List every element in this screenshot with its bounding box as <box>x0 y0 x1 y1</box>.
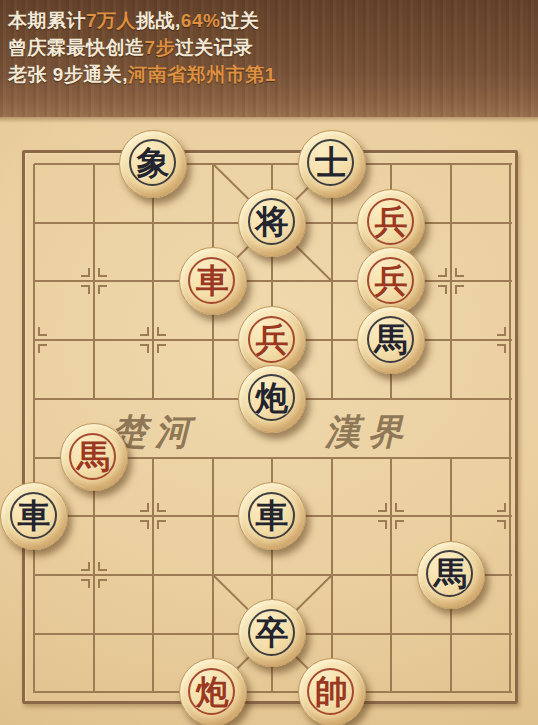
piece-black-horse[interactable]: 馬 <box>417 541 485 609</box>
piece-glyph: 兵 <box>375 205 408 238</box>
stats-highlight: 7万人 <box>86 10 136 31</box>
piece-glyph: 車 <box>256 499 289 532</box>
piece-glyph: 兵 <box>256 323 289 356</box>
piece-black-horse[interactable]: 馬 <box>357 306 425 374</box>
piece-glyph: 馬 <box>77 440 110 473</box>
piece-glyph: 車 <box>196 264 229 297</box>
piece-black-chariot[interactable]: 車 <box>0 482 68 550</box>
piece-red-horse[interactable]: 馬 <box>60 423 128 491</box>
stats-line-3: 老张 9步通关,河南省郑州市第1 <box>8 61 538 88</box>
stats-highlight: 河南省郑州市第1 <box>128 64 276 85</box>
piece-black-general[interactable]: 将 <box>238 189 306 257</box>
piece-glyph: 将 <box>256 205 289 238</box>
piece-black-advisor[interactable]: 士 <box>298 130 366 198</box>
stats-text: 过关 <box>220 10 259 31</box>
piece-glyph: 馬 <box>434 557 467 590</box>
piece-glyph: 卒 <box>256 616 289 649</box>
challenge-stats-header: 本期累计7万人挑战,64%过关曾庆霖最快创造7步过关记录老张 9步通关,河南省郑… <box>0 0 538 117</box>
piece-black-elephant[interactable]: 象 <box>119 130 187 198</box>
piece-glyph: 炮 <box>256 381 289 414</box>
piece-glyph: 車 <box>18 499 51 532</box>
piece-glyph: 帥 <box>315 675 348 708</box>
piece-red-general[interactable]: 帥 <box>298 658 366 725</box>
xiangqi-app-screen: 本期累计7万人挑战,64%过关曾庆霖最快创造7步过关记录老张 9步通关,河南省郑… <box>0 0 538 725</box>
piece-glyph: 兵 <box>375 264 408 297</box>
stats-text: 曾庆霖最快创造 <box>8 37 145 58</box>
piece-glyph: 士 <box>315 146 348 179</box>
stats-text: 本期累计 <box>8 10 86 31</box>
stats-highlight: 7步 <box>145 37 176 58</box>
stats-line-2: 曾庆霖最快创造7步过关记录 <box>8 34 538 61</box>
stats-highlight: 64% <box>181 10 221 31</box>
piece-red-soldier[interactable]: 兵 <box>238 306 306 374</box>
piece-glyph: 炮 <box>196 675 229 708</box>
piece-black-chariot[interactable]: 車 <box>238 482 306 550</box>
piece-red-chariot[interactable]: 車 <box>179 247 247 315</box>
stats-line-1: 本期累计7万人挑战,64%过关 <box>8 7 538 34</box>
stats-text: 老张 9步通关, <box>8 64 128 85</box>
stats-text: 挑战, <box>136 10 181 31</box>
piece-black-soldier[interactable]: 卒 <box>238 599 306 667</box>
stats-text: 过关记录 <box>175 37 253 58</box>
piece-red-cannon[interactable]: 炮 <box>179 658 247 725</box>
xiangqi-board[interactable]: 象士将兵車兵兵馬炮馬車車馬卒炮帥 <box>4 135 538 722</box>
piece-glyph: 馬 <box>375 323 408 356</box>
piece-black-cannon[interactable]: 炮 <box>238 365 306 433</box>
piece-glyph: 象 <box>137 146 170 179</box>
